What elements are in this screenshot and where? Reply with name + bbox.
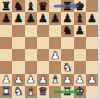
square-e7[interactable]: ♟ <box>49 12 61 24</box>
square-c4[interactable] <box>25 49 37 61</box>
piece-white-knight[interactable]: ♞ <box>13 86 23 97</box>
square-a1[interactable]: ♜ <box>0 86 12 98</box>
square-b7[interactable]: ♟ <box>12 12 24 24</box>
page-background: { "game": "chess", "description": "Chess… <box>0 0 100 99</box>
square-b5[interactable] <box>12 37 24 49</box>
square-d7[interactable]: ♟ <box>37 12 49 24</box>
square-f5[interactable] <box>61 37 73 49</box>
square-f2[interactable]: ♟ <box>61 74 73 86</box>
piece-white-pawn[interactable]: ♟ <box>13 74 23 85</box>
square-f1[interactable]: ♜ <box>61 86 73 98</box>
square-h2[interactable]: ♟ <box>86 74 98 86</box>
piece-black-bishop[interactable]: ♝ <box>26 0 36 11</box>
square-f6[interactable]: ♞ <box>61 25 73 37</box>
square-d8[interactable]: ♛ <box>37 0 49 12</box>
square-c8[interactable]: ♝ <box>25 0 37 12</box>
square-d6[interactable] <box>37 25 49 37</box>
square-d4[interactable] <box>37 49 49 61</box>
square-c6[interactable] <box>25 25 37 37</box>
square-a7[interactable]: ♟ <box>0 12 12 24</box>
piece-white-queen[interactable]: ♛ <box>38 86 48 97</box>
square-c1[interactable]: ♝ <box>25 86 37 98</box>
square-c5[interactable] <box>25 37 37 49</box>
piece-black-rook[interactable]: ♜ <box>1 0 11 11</box>
piece-white-bishop[interactable]: ♝ <box>50 74 60 85</box>
square-g3[interactable] <box>74 61 86 73</box>
piece-black-pawn[interactable]: ♟ <box>38 12 48 23</box>
piece-white-pawn[interactable]: ♟ <box>75 74 85 85</box>
square-b4[interactable] <box>12 49 24 61</box>
square-g6[interactable]: ♟ <box>74 25 86 37</box>
square-e3[interactable] <box>49 61 61 73</box>
piece-white-knight[interactable]: ♞ <box>62 61 72 72</box>
square-d1[interactable]: ♛ <box>37 86 49 98</box>
piece-white-pawn[interactable]: ♟ <box>26 74 36 85</box>
square-e5[interactable] <box>49 37 61 49</box>
piece-black-pawn[interactable]: ♟ <box>13 12 23 23</box>
piece-black-knight[interactable]: ♞ <box>62 25 72 36</box>
piece-black-bishop[interactable]: ♝ <box>75 12 85 23</box>
square-e6[interactable] <box>49 25 61 37</box>
piece-black-pawn[interactable]: ♟ <box>62 12 72 23</box>
square-b1[interactable]: ♞ <box>12 86 24 98</box>
square-e1[interactable] <box>49 86 61 98</box>
piece-black-pawn[interactable]: ♟ <box>1 12 11 23</box>
square-a3[interactable] <box>0 61 12 73</box>
piece-white-bishop[interactable]: ♝ <box>26 86 36 97</box>
square-a5[interactable] <box>0 37 12 49</box>
square-f3[interactable]: ♞ <box>61 61 73 73</box>
square-h3[interactable] <box>86 61 98 73</box>
piece-white-rook[interactable]: ♜ <box>1 86 11 97</box>
square-f4[interactable] <box>61 49 73 61</box>
square-c7[interactable]: ♟ <box>25 12 37 24</box>
square-b8[interactable]: ♞ <box>12 0 24 12</box>
square-b6[interactable] <box>12 25 24 37</box>
square-e2[interactable]: ♝ <box>49 74 61 86</box>
piece-white-pawn[interactable]: ♟ <box>62 74 72 85</box>
square-f8[interactable]: ♜ <box>61 0 73 12</box>
square-a6[interactable] <box>0 25 12 37</box>
piece-black-queen[interactable]: ♛ <box>38 0 48 11</box>
square-c2[interactable]: ♟ <box>25 74 37 86</box>
piece-black-knight[interactable]: ♞ <box>13 0 23 11</box>
square-h5[interactable] <box>86 37 98 49</box>
square-b2[interactable]: ♟ <box>12 74 24 86</box>
piece-white-pawn[interactable]: ♟ <box>50 49 60 60</box>
square-h1[interactable] <box>86 86 98 98</box>
square-g7[interactable]: ♝ <box>74 12 86 24</box>
piece-white-pawn[interactable]: ♟ <box>1 74 11 85</box>
piece-white-pawn[interactable]: ♟ <box>38 74 48 85</box>
square-e8[interactable] <box>49 0 61 12</box>
piece-white-pawn[interactable]: ♟ <box>87 74 97 85</box>
piece-black-pawn[interactable]: ♟ <box>75 25 85 36</box>
piece-white-rook[interactable]: ♜ <box>62 86 72 97</box>
piece-black-pawn[interactable]: ♟ <box>26 12 36 23</box>
square-c3[interactable] <box>25 61 37 73</box>
square-h6[interactable] <box>86 25 98 37</box>
square-f7[interactable]: ♟ <box>61 12 73 24</box>
square-e4[interactable]: ♟ <box>49 49 61 61</box>
piece-black-king[interactable]: ♚ <box>75 0 85 11</box>
square-a4[interactable] <box>0 49 12 61</box>
square-g2[interactable]: ♟ <box>74 74 86 86</box>
chess-board[interactable]: ♜♞♝♛♜♚♟♟♟♟♟♟♝♟♞♟♟♞♟♟♟♟♝♟♟♟♜♞♝♛♜♚ <box>0 0 98 98</box>
square-g8[interactable]: ♚ <box>74 0 86 12</box>
square-b3[interactable] <box>12 61 24 73</box>
square-h8[interactable] <box>86 0 98 12</box>
square-d2[interactable]: ♟ <box>37 74 49 86</box>
square-h4[interactable] <box>86 49 98 61</box>
square-g5[interactable] <box>74 37 86 49</box>
square-d3[interactable] <box>37 61 49 73</box>
piece-white-king[interactable]: ♚ <box>75 86 85 97</box>
piece-black-pawn[interactable]: ♟ <box>87 12 97 23</box>
square-g1[interactable]: ♚ <box>74 86 86 98</box>
piece-black-rook[interactable]: ♜ <box>62 0 72 11</box>
piece-black-pawn[interactable]: ♟ <box>50 12 60 23</box>
square-g4[interactable] <box>74 49 86 61</box>
square-a8[interactable]: ♜ <box>0 0 12 12</box>
square-h7[interactable]: ♟ <box>86 12 98 24</box>
square-a2[interactable]: ♟ <box>0 74 12 86</box>
square-d5[interactable] <box>37 37 49 49</box>
